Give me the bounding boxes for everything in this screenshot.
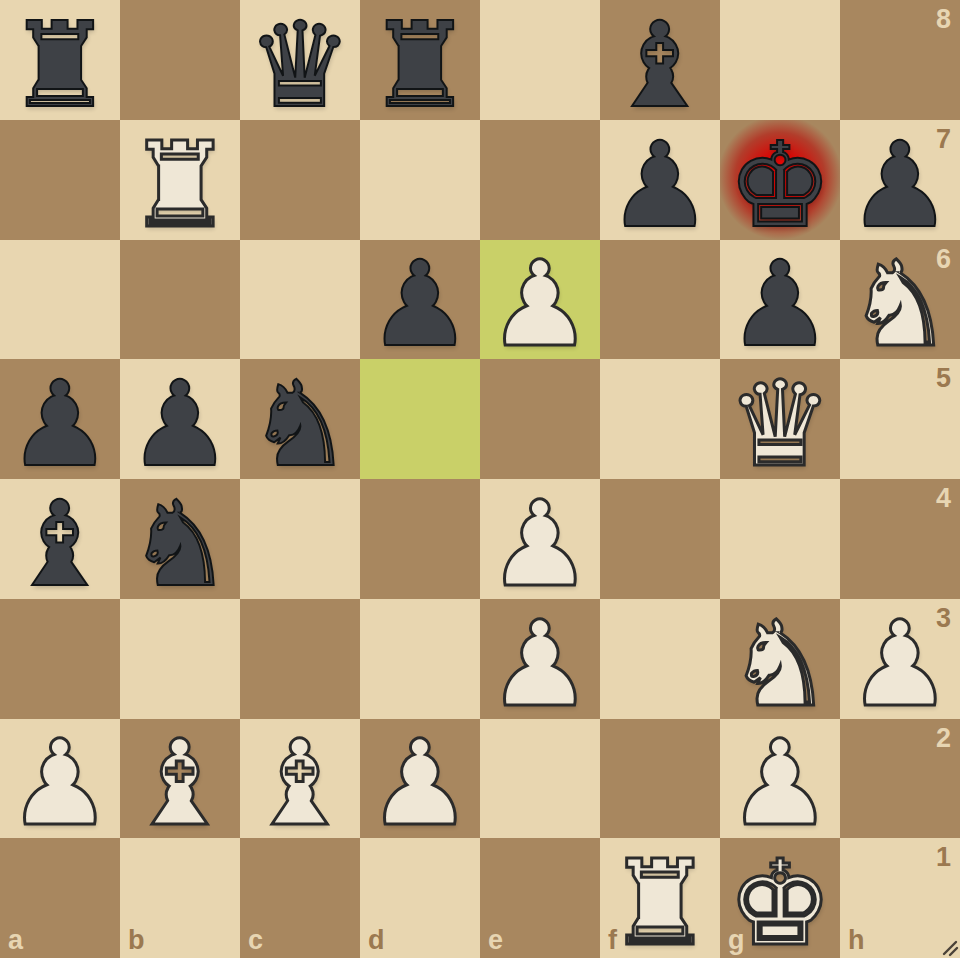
square-h5[interactable]: 5 xyxy=(840,359,960,479)
square-a4[interactable]: ♝ xyxy=(0,479,120,599)
square-b8[interactable] xyxy=(120,0,240,120)
square-e7[interactable] xyxy=(480,120,600,240)
square-e1[interactable]: e xyxy=(480,838,600,958)
file-label-c: c xyxy=(248,927,263,954)
square-a7[interactable] xyxy=(0,120,120,240)
square-e5[interactable] xyxy=(480,359,600,479)
square-e2[interactable] xyxy=(480,719,600,839)
white-bishop[interactable]: ♝ xyxy=(127,724,233,842)
file-label-b: b xyxy=(128,927,145,954)
file-label-g: g xyxy=(728,927,745,954)
rank-label-8: 8 xyxy=(936,6,951,33)
black-knight[interactable]: ♞ xyxy=(127,485,233,603)
white-rook[interactable]: ♜ xyxy=(127,126,233,244)
rank-label-1: 1 xyxy=(936,844,951,871)
square-d8[interactable]: ♜ xyxy=(360,0,480,120)
square-e8[interactable] xyxy=(480,0,600,120)
square-g2[interactable]: ♟ xyxy=(720,719,840,839)
file-label-a: a xyxy=(8,927,23,954)
black-pawn[interactable]: ♟ xyxy=(367,245,473,363)
black-bishop[interactable]: ♝ xyxy=(7,485,113,603)
black-pawn[interactable]: ♟ xyxy=(7,365,113,483)
square-g8[interactable] xyxy=(720,0,840,120)
square-g3[interactable]: ♞ xyxy=(720,599,840,719)
rank-label-4: 4 xyxy=(936,485,951,512)
square-h7[interactable]: ♟7 xyxy=(840,120,960,240)
white-pawn[interactable]: ♟ xyxy=(7,724,113,842)
rank-label-5: 5 xyxy=(936,365,951,392)
rank-label-3: 3 xyxy=(936,605,951,632)
white-knight[interactable]: ♞ xyxy=(727,605,833,723)
square-c7[interactable] xyxy=(240,120,360,240)
square-d5[interactable] xyxy=(360,359,480,479)
square-f3[interactable] xyxy=(600,599,720,719)
rank-label-7: 7 xyxy=(936,126,951,153)
square-c6[interactable] xyxy=(240,240,360,360)
black-rook[interactable]: ♜ xyxy=(367,6,473,124)
white-pawn[interactable]: ♟ xyxy=(487,605,593,723)
black-king[interactable]: ♚ xyxy=(727,126,833,244)
chess-board: ♜♛♜♝8♜♟♚♟7♟♟♟♞6♟♟♞♛5♝♞♟4♟♞♟3♟♝♝♟♟2abcde♜… xyxy=(0,0,960,958)
square-d3[interactable] xyxy=(360,599,480,719)
square-h6[interactable]: ♞6 xyxy=(840,240,960,360)
square-b1[interactable]: b xyxy=(120,838,240,958)
square-a3[interactable] xyxy=(0,599,120,719)
square-d7[interactable] xyxy=(360,120,480,240)
square-f8[interactable]: ♝ xyxy=(600,0,720,120)
square-f7[interactable]: ♟ xyxy=(600,120,720,240)
black-pawn[interactable]: ♟ xyxy=(727,245,833,363)
square-e4[interactable]: ♟ xyxy=(480,479,600,599)
square-b7[interactable]: ♜ xyxy=(120,120,240,240)
square-f5[interactable] xyxy=(600,359,720,479)
square-e3[interactable]: ♟ xyxy=(480,599,600,719)
white-pawn[interactable]: ♟ xyxy=(727,724,833,842)
square-f2[interactable] xyxy=(600,719,720,839)
rank-label-2: 2 xyxy=(936,725,951,752)
square-h8[interactable]: 8 xyxy=(840,0,960,120)
square-c2[interactable]: ♝ xyxy=(240,719,360,839)
square-a5[interactable]: ♟ xyxy=(0,359,120,479)
square-h3[interactable]: ♟3 xyxy=(840,599,960,719)
white-queen[interactable]: ♛ xyxy=(727,365,833,483)
square-a1[interactable]: a xyxy=(0,838,120,958)
square-f4[interactable] xyxy=(600,479,720,599)
square-g7[interactable]: ♚ xyxy=(720,120,840,240)
square-b2[interactable]: ♝ xyxy=(120,719,240,839)
white-rook[interactable]: ♜ xyxy=(607,844,713,958)
square-h2[interactable]: 2 xyxy=(840,719,960,839)
square-c1[interactable]: c xyxy=(240,838,360,958)
square-f1[interactable]: ♜f xyxy=(600,838,720,958)
white-pawn[interactable]: ♟ xyxy=(367,724,473,842)
square-b5[interactable]: ♟ xyxy=(120,359,240,479)
file-label-d: d xyxy=(368,927,385,954)
square-c5[interactable]: ♞ xyxy=(240,359,360,479)
white-bishop[interactable]: ♝ xyxy=(247,724,353,842)
square-b3[interactable] xyxy=(120,599,240,719)
white-pawn[interactable]: ♟ xyxy=(487,245,593,363)
black-bishop[interactable]: ♝ xyxy=(607,6,713,124)
square-b4[interactable]: ♞ xyxy=(120,479,240,599)
square-d4[interactable] xyxy=(360,479,480,599)
file-label-e: e xyxy=(488,927,503,954)
resize-handle-icon[interactable] xyxy=(937,935,959,957)
square-g4[interactable] xyxy=(720,479,840,599)
file-label-h: h xyxy=(848,927,865,954)
black-queen[interactable]: ♛ xyxy=(247,6,353,124)
square-e6[interactable]: ♟ xyxy=(480,240,600,360)
square-a8[interactable]: ♜ xyxy=(0,0,120,120)
square-h4[interactable]: 4 xyxy=(840,479,960,599)
square-b6[interactable] xyxy=(120,240,240,360)
square-d1[interactable]: d xyxy=(360,838,480,958)
black-rook[interactable]: ♜ xyxy=(7,6,113,124)
square-f6[interactable] xyxy=(600,240,720,360)
square-c4[interactable] xyxy=(240,479,360,599)
white-pawn[interactable]: ♟ xyxy=(487,485,593,603)
square-d2[interactable]: ♟ xyxy=(360,719,480,839)
square-g1[interactable]: ♚g xyxy=(720,838,840,958)
square-a6[interactable] xyxy=(0,240,120,360)
black-pawn[interactable]: ♟ xyxy=(607,126,713,244)
square-g6[interactable]: ♟ xyxy=(720,240,840,360)
rank-label-6: 6 xyxy=(936,246,951,273)
square-h1[interactable]: 1h xyxy=(840,838,960,958)
file-label-f: f xyxy=(608,927,617,954)
square-c8[interactable]: ♛ xyxy=(240,0,360,120)
square-g5[interactable]: ♛ xyxy=(720,359,840,479)
square-d6[interactable]: ♟ xyxy=(360,240,480,360)
black-pawn[interactable]: ♟ xyxy=(127,365,233,483)
square-c3[interactable] xyxy=(240,599,360,719)
square-a2[interactable]: ♟ xyxy=(0,719,120,839)
black-knight[interactable]: ♞ xyxy=(247,365,353,483)
